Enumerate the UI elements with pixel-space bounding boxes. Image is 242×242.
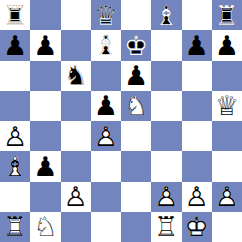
square-h1[interactable] <box>212 212 242 242</box>
square-d3[interactable] <box>91 151 121 181</box>
square-h4[interactable] <box>212 121 242 151</box>
square-d8[interactable]: ♛♕ <box>91 0 121 30</box>
white-knight[interactable]: ♞♘ <box>121 91 151 121</box>
black-pawn-icon: ♟ <box>91 91 121 121</box>
square-c7[interactable] <box>61 30 91 60</box>
square-a1[interactable]: ♜♖ <box>0 212 30 242</box>
black-rook[interactable]: ♜♖ <box>0 0 30 30</box>
white-pawn[interactable]: ♟♙ <box>182 182 212 212</box>
square-d4[interactable]: ♟♙ <box>91 121 121 151</box>
square-a4[interactable]: ♟♙ <box>0 121 30 151</box>
black-bishop-icon: ♝ <box>151 0 181 30</box>
white-pawn-icon: ♟ <box>212 182 242 212</box>
square-e2[interactable] <box>121 182 151 212</box>
black-queen-outline-icon: ♕ <box>91 0 121 30</box>
square-g6[interactable] <box>182 61 212 91</box>
white-pawn[interactable]: ♟♙ <box>212 182 242 212</box>
white-pawn-icon: ♟ <box>151 182 181 212</box>
square-h5[interactable]: ♛♕ <box>212 91 242 121</box>
black-bishop-outline-icon: ♗ <box>151 0 181 30</box>
white-pawn[interactable]: ♟♙ <box>0 121 30 151</box>
square-c8[interactable] <box>61 0 91 30</box>
square-c4[interactable] <box>61 121 91 151</box>
square-g7[interactable]: ♟ <box>182 30 212 60</box>
black-pawn[interactable]: ♟ <box>121 61 151 91</box>
white-pawn-outline-icon: ♙ <box>182 182 212 212</box>
black-knight-outline-icon: ♘ <box>61 61 91 91</box>
square-f8[interactable]: ♝♗ <box>151 0 181 30</box>
black-pawn[interactable]: ♟ <box>0 30 30 60</box>
square-e6[interactable]: ♟ <box>121 61 151 91</box>
square-h2[interactable]: ♟♙ <box>212 182 242 212</box>
square-e8[interactable] <box>121 0 151 30</box>
white-pawn-icon: ♟ <box>182 182 212 212</box>
white-king-outline-icon: ♔ <box>182 212 212 242</box>
black-pawn-icon: ♟ <box>30 151 60 181</box>
white-pawn-icon: ♟ <box>61 182 91 212</box>
white-pawn-outline-icon: ♙ <box>0 121 30 151</box>
white-knight[interactable]: ♞♘ <box>30 212 60 242</box>
white-pawn[interactable]: ♟♙ <box>151 182 181 212</box>
white-knight-outline-icon: ♘ <box>121 91 151 121</box>
white-pawn-outline-icon: ♙ <box>151 182 181 212</box>
black-pawn-icon: ♟ <box>0 30 30 60</box>
white-knight-icon: ♞ <box>30 212 60 242</box>
white-rook[interactable]: ♜♖ <box>151 212 181 242</box>
white-queen[interactable]: ♛♕ <box>212 91 242 121</box>
square-c3[interactable] <box>61 151 91 181</box>
square-a7[interactable]: ♟ <box>0 30 30 60</box>
square-h3[interactable] <box>212 151 242 181</box>
square-b7[interactable]: ♟ <box>30 30 60 60</box>
square-f2[interactable]: ♟♙ <box>151 182 181 212</box>
square-b4[interactable] <box>30 121 60 151</box>
square-c5[interactable] <box>61 91 91 121</box>
white-rook-outline-icon: ♖ <box>0 212 30 242</box>
square-b5[interactable] <box>30 91 60 121</box>
square-a3[interactable]: ♝♗ <box>0 151 30 181</box>
black-pawn-icon: ♟ <box>121 61 151 91</box>
square-f1[interactable]: ♜♖ <box>151 212 181 242</box>
black-king[interactable]: ♚♔ <box>121 30 151 60</box>
square-g5[interactable] <box>182 91 212 121</box>
square-f4[interactable] <box>151 121 181 151</box>
white-pawn-icon: ♟ <box>0 121 30 151</box>
square-e3[interactable] <box>121 151 151 181</box>
square-g3[interactable] <box>182 151 212 181</box>
black-pawn[interactable]: ♟ <box>182 30 212 60</box>
square-c6[interactable]: ♞♘ <box>61 61 91 91</box>
black-rook-icon: ♜ <box>0 0 30 30</box>
chess-board: ♜♖♛♕♝♗♜♖♟♟♝♗♚♔♟♟♞♘♟♟♞♘♛♕♟♙♟♙♝♗♟♟♙♟♙♟♙♟♙♜… <box>0 0 242 242</box>
black-rook-outline-icon: ♖ <box>0 0 30 30</box>
black-pawn[interactable]: ♟ <box>212 30 242 60</box>
white-king[interactable]: ♚♔ <box>182 212 212 242</box>
square-b8[interactable] <box>30 0 60 30</box>
square-a6[interactable] <box>0 61 30 91</box>
black-queen[interactable]: ♛♕ <box>91 0 121 30</box>
square-d1[interactable] <box>91 212 121 242</box>
white-rook-icon: ♜ <box>0 212 30 242</box>
square-b6[interactable] <box>30 61 60 91</box>
black-bishop-icon: ♝ <box>91 30 121 60</box>
white-pawn[interactable]: ♟♙ <box>91 121 121 151</box>
square-a5[interactable] <box>0 91 30 121</box>
black-bishop[interactable]: ♝♗ <box>151 0 181 30</box>
square-e4[interactable] <box>121 121 151 151</box>
black-bishop[interactable]: ♝♗ <box>91 30 121 60</box>
black-queen-icon: ♛ <box>91 0 121 30</box>
black-knight-icon: ♞ <box>61 61 91 91</box>
square-b1[interactable]: ♞♘ <box>30 212 60 242</box>
white-king-icon: ♚ <box>182 212 212 242</box>
square-d2[interactable] <box>91 182 121 212</box>
black-rook[interactable]: ♜♖ <box>212 0 242 30</box>
black-pawn-icon: ♟ <box>182 30 212 60</box>
square-h7[interactable]: ♟ <box>212 30 242 60</box>
black-knight[interactable]: ♞♘ <box>61 61 91 91</box>
square-d6[interactable] <box>91 61 121 91</box>
black-rook-outline-icon: ♖ <box>212 0 242 30</box>
square-b3[interactable]: ♟ <box>30 151 60 181</box>
square-e5[interactable]: ♞♘ <box>121 91 151 121</box>
white-pawn-outline-icon: ♙ <box>212 182 242 212</box>
square-g1[interactable]: ♚♔ <box>182 212 212 242</box>
white-pawn-outline-icon: ♙ <box>61 182 91 212</box>
square-h8[interactable]: ♜♖ <box>212 0 242 30</box>
square-d7[interactable]: ♝♗ <box>91 30 121 60</box>
white-knight-icon: ♞ <box>121 91 151 121</box>
white-knight-outline-icon: ♘ <box>30 212 60 242</box>
square-f7[interactable] <box>151 30 181 60</box>
square-f5[interactable] <box>151 91 181 121</box>
square-a8[interactable]: ♜♖ <box>0 0 30 30</box>
black-pawn-icon: ♟ <box>30 30 60 60</box>
white-queen-outline-icon: ♕ <box>212 91 242 121</box>
black-pawn[interactable]: ♟ <box>30 30 60 60</box>
white-bishop-outline-icon: ♗ <box>0 151 30 181</box>
black-king-outline-icon: ♔ <box>121 30 151 60</box>
black-rook-icon: ♜ <box>212 0 242 30</box>
black-pawn[interactable]: ♟ <box>91 91 121 121</box>
white-queen-icon: ♛ <box>212 91 242 121</box>
square-c1[interactable] <box>61 212 91 242</box>
black-pawn-icon: ♟ <box>212 30 242 60</box>
square-a2[interactable] <box>0 182 30 212</box>
square-h6[interactable] <box>212 61 242 91</box>
white-pawn-outline-icon: ♙ <box>91 121 121 151</box>
square-e7[interactable]: ♚♔ <box>121 30 151 60</box>
square-g8[interactable] <box>182 0 212 30</box>
black-bishop-outline-icon: ♗ <box>91 30 121 60</box>
white-rook-icon: ♜ <box>151 212 181 242</box>
square-d5[interactable]: ♟ <box>91 91 121 121</box>
white-pawn[interactable]: ♟♙ <box>61 182 91 212</box>
black-pawn[interactable]: ♟ <box>30 151 60 181</box>
black-king-icon: ♚ <box>121 30 151 60</box>
white-rook-outline-icon: ♖ <box>151 212 181 242</box>
square-f6[interactable] <box>151 61 181 91</box>
square-g4[interactable] <box>182 121 212 151</box>
white-rook[interactable]: ♜♖ <box>0 212 30 242</box>
white-pawn-icon: ♟ <box>91 121 121 151</box>
square-f3[interactable] <box>151 151 181 181</box>
white-bishop[interactable]: ♝♗ <box>0 151 30 181</box>
square-b2[interactable] <box>30 182 60 212</box>
square-g2[interactable]: ♟♙ <box>182 182 212 212</box>
white-bishop-icon: ♝ <box>0 151 30 181</box>
square-e1[interactable] <box>121 212 151 242</box>
square-c2[interactable]: ♟♙ <box>61 182 91 212</box>
